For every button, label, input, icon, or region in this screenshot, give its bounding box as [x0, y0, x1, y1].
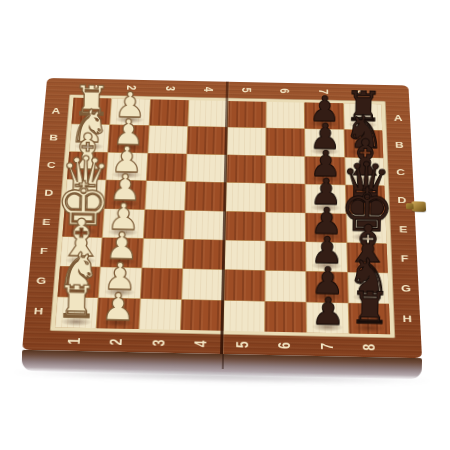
square-h7[interactable]: ♟	[307, 302, 348, 333]
file-label-right-e: E	[390, 214, 416, 244]
square-h3[interactable]	[139, 299, 181, 330]
file-label-left-g: G	[27, 265, 55, 296]
rank-label-top-8: 8	[349, 79, 373, 106]
square-e4[interactable]	[184, 210, 224, 239]
square-g3[interactable]	[141, 268, 183, 298]
white-pawn[interactable]: ♟	[101, 289, 135, 325]
rank-label-top-4: 4	[196, 76, 220, 103]
square-e6[interactable]	[266, 212, 306, 241]
square-f4[interactable]	[183, 240, 224, 270]
rank-label-top-5: 5	[235, 77, 259, 104]
square-a3[interactable]	[149, 99, 188, 126]
square-h2[interactable]: ♟	[97, 298, 140, 329]
square-a4[interactable]	[188, 100, 227, 127]
file-label-right-g: G	[393, 273, 420, 304]
rank-label-top-6: 6	[273, 78, 297, 105]
square-b4[interactable]	[187, 127, 226, 154]
square-c6[interactable]	[266, 156, 305, 184]
square-e5[interactable]	[225, 211, 265, 240]
square-d3[interactable]	[145, 181, 185, 210]
square-d5[interactable]	[226, 183, 265, 212]
file-label-left-f: F	[30, 236, 58, 266]
rank-label-top-3: 3	[158, 75, 183, 102]
square-a6[interactable]	[266, 102, 304, 129]
black-pawn[interactable]: ♟	[311, 293, 345, 329]
square-h6[interactable]	[265, 301, 306, 332]
square-g4[interactable]	[182, 269, 223, 300]
square-e3[interactable]	[144, 210, 185, 239]
square-g5[interactable]	[224, 270, 265, 301]
file-label-right-f: F	[391, 243, 417, 273]
rank-label-top-1: 1	[81, 74, 106, 101]
file-label-left-h: H	[24, 296, 52, 327]
rank-label-top-7: 7	[311, 78, 335, 105]
file-label-left-a: A	[43, 97, 69, 124]
square-g6[interactable]	[265, 271, 306, 302]
square-c4[interactable]	[186, 154, 225, 182]
file-label-right-a: A	[386, 104, 411, 131]
piece-stand: ♟	[311, 293, 345, 329]
square-h8[interactable]: ♜	[348, 303, 390, 334]
square-f6[interactable]	[265, 241, 305, 271]
square-c3[interactable]	[147, 153, 187, 181]
square-d4[interactable]	[185, 182, 225, 211]
square-a5[interactable]	[227, 101, 265, 128]
square-h1[interactable]: ♜	[55, 297, 98, 328]
brass-latch-icon	[411, 201, 426, 211]
square-h4[interactable]	[181, 300, 223, 331]
file-label-right-h: H	[394, 303, 421, 335]
black-rook[interactable]: ♜	[350, 287, 391, 330]
piece-stand: ♜	[350, 287, 391, 330]
square-d6[interactable]	[266, 184, 305, 213]
photo-stage: 12345678 12345678 ABCDEFGH ABCDEFGH ♜♟♟♜…	[0, 0, 450, 450]
piece-stand: ♜	[56, 281, 97, 324]
square-b3[interactable]	[148, 126, 187, 153]
white-rook[interactable]: ♜	[56, 281, 97, 324]
square-c5[interactable]	[226, 155, 265, 183]
square-h5[interactable]	[223, 300, 264, 331]
square-b6[interactable]	[266, 128, 304, 155]
chess-board: 12345678 12345678 ABCDEFGH ABCDEFGH ♜♟♟♜…	[22, 78, 422, 358]
front-fold-seam	[222, 354, 224, 369]
rank-label-top-2: 2	[119, 74, 144, 101]
square-f3[interactable]	[142, 239, 183, 269]
piece-stand: ♟	[101, 289, 135, 325]
square-b5[interactable]	[227, 128, 266, 155]
perspective-scene: 12345678 12345678 ABCDEFGH ABCDEFGH ♜♟♟♜…	[22, 0, 430, 358]
square-f5[interactable]	[224, 240, 264, 270]
board-tilt-wrapper: 12345678 12345678 ABCDEFGH ABCDEFGH ♜♟♟♜…	[0, 0, 450, 450]
